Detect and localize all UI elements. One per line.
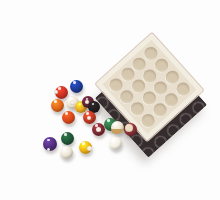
number-spot xyxy=(54,90,58,94)
ball-navy-blue xyxy=(70,80,83,93)
specular-highlight xyxy=(47,139,50,142)
product-photo-scene xyxy=(0,0,220,200)
number-spot xyxy=(87,116,91,120)
number-spot xyxy=(47,148,50,151)
ball-red-spot xyxy=(83,111,96,124)
specular-highlight xyxy=(107,119,110,122)
number-spot xyxy=(96,127,101,132)
ball-purple xyxy=(43,137,57,151)
specular-highlight xyxy=(82,142,85,145)
specular-highlight xyxy=(63,147,66,150)
ball-white-side xyxy=(60,146,73,159)
specular-highlight xyxy=(112,138,115,141)
ball-yellow-spot xyxy=(79,141,92,154)
specular-highlight xyxy=(58,87,61,90)
specular-highlight xyxy=(86,112,89,115)
ball-dark-green xyxy=(61,132,74,145)
stripe-band xyxy=(111,129,122,133)
ball-cue-white xyxy=(109,137,122,150)
specular-highlight xyxy=(64,133,67,136)
specular-highlight xyxy=(92,103,95,106)
ball-red xyxy=(55,86,68,99)
ball-dark-red xyxy=(92,123,105,136)
number-spot xyxy=(125,124,133,132)
specular-highlight xyxy=(65,112,68,115)
ball-darkred-bigspot xyxy=(124,123,137,136)
specular-highlight xyxy=(114,122,117,125)
ball-orange xyxy=(51,99,64,112)
ball-cream-stripe xyxy=(111,121,124,134)
number-spot xyxy=(70,100,75,105)
specular-highlight xyxy=(79,103,82,106)
number-spot xyxy=(87,146,92,151)
ball-orange-red xyxy=(62,111,75,124)
specular-highlight xyxy=(73,81,76,84)
specular-highlight xyxy=(54,100,57,103)
